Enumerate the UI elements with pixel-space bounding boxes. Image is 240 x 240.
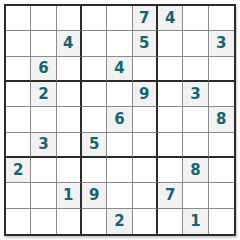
cell-r4c9[interactable] [209,82,234,107]
cell-r2c6[interactable]: 5 [133,31,158,56]
cell-r5c5[interactable]: 6 [107,107,132,132]
cell-r4c4[interactable] [82,82,107,107]
cell-r3c8[interactable] [183,57,208,82]
cell-r9c2[interactable] [31,209,56,234]
cell-r4c6[interactable]: 9 [133,82,158,107]
cell-r9c7[interactable] [158,209,183,234]
cell-r2c9[interactable]: 3 [209,31,234,56]
cell-r6c2[interactable]: 3 [31,133,56,158]
cell-r3c9[interactable] [209,57,234,82]
cell-r9c3[interactable] [57,209,82,234]
cell-r3c6[interactable] [133,57,158,82]
cell-r5c7[interactable] [158,107,183,132]
cell-r7c4[interactable] [82,158,107,183]
cell-r2c1[interactable] [6,31,31,56]
cell-r9c8[interactable]: 1 [183,209,208,234]
cell-r2c5[interactable] [107,31,132,56]
cell-r7c8[interactable]: 8 [183,158,208,183]
cell-r1c5[interactable] [107,6,132,31]
cell-r6c6[interactable] [133,133,158,158]
cell-r8c8[interactable] [183,183,208,208]
cell-r1c4[interactable] [82,6,107,31]
cell-r8c4[interactable]: 9 [82,183,107,208]
cell-r2c4[interactable] [82,31,107,56]
cell-r9c9[interactable] [209,209,234,234]
cell-r5c4[interactable] [82,107,107,132]
cell-r7c5[interactable] [107,158,132,183]
cell-r2c3[interactable]: 4 [57,31,82,56]
cell-r9c1[interactable] [6,209,31,234]
cell-r8c1[interactable] [6,183,31,208]
cell-r1c7[interactable]: 4 [158,6,183,31]
cell-r4c8[interactable]: 3 [183,82,208,107]
cell-r6c4[interactable]: 5 [82,133,107,158]
cell-r5c1[interactable] [6,107,31,132]
cell-r6c7[interactable] [158,133,183,158]
cell-r7c6[interactable] [133,158,158,183]
cell-r9c6[interactable] [133,209,158,234]
cell-r4c3[interactable] [57,82,82,107]
cell-r6c3[interactable] [57,133,82,158]
cell-r4c1[interactable] [6,82,31,107]
cell-r4c7[interactable] [158,82,183,107]
cell-r2c8[interactable] [183,31,208,56]
cell-r3c2[interactable]: 6 [31,57,56,82]
cell-r8c7[interactable]: 7 [158,183,183,208]
cell-r5c2[interactable] [31,107,56,132]
cell-r4c2[interactable]: 2 [31,82,56,107]
cell-r6c9[interactable] [209,133,234,158]
cell-r7c2[interactable] [31,158,56,183]
cell-r3c1[interactable] [6,57,31,82]
cell-r9c4[interactable] [82,209,107,234]
cell-r6c5[interactable] [107,133,132,158]
cell-r2c2[interactable] [31,31,56,56]
cell-r8c6[interactable] [133,183,158,208]
cell-r7c7[interactable] [158,158,183,183]
cell-r1c2[interactable] [31,6,56,31]
cell-r1c8[interactable] [183,6,208,31]
cell-r2c7[interactable] [158,31,183,56]
cell-r9c5[interactable]: 2 [107,209,132,234]
cell-r8c9[interactable] [209,183,234,208]
cell-r5c9[interactable]: 8 [209,107,234,132]
cell-r8c3[interactable]: 1 [57,183,82,208]
cell-r1c9[interactable] [209,6,234,31]
sudoku-app: 744536429368352819721 [0,0,240,240]
cell-r3c4[interactable] [82,57,107,82]
cell-r5c6[interactable] [133,107,158,132]
cell-r3c5[interactable]: 4 [107,57,132,82]
cell-r5c3[interactable] [57,107,82,132]
cell-r7c9[interactable] [209,158,234,183]
cell-r1c6[interactable]: 7 [133,6,158,31]
cell-r8c2[interactable] [31,183,56,208]
cell-r7c3[interactable] [57,158,82,183]
cell-r8c5[interactable] [107,183,132,208]
cell-r6c1[interactable] [6,133,31,158]
cell-r3c7[interactable] [158,57,183,82]
cell-r6c8[interactable] [183,133,208,158]
sudoku-board: 744536429368352819721 [4,4,236,236]
cell-r1c3[interactable] [57,6,82,31]
cell-r5c8[interactable] [183,107,208,132]
cell-r1c1[interactable] [6,6,31,31]
cell-r4c5[interactable] [107,82,132,107]
cell-r7c1[interactable]: 2 [6,158,31,183]
cell-r3c3[interactable] [57,57,82,82]
